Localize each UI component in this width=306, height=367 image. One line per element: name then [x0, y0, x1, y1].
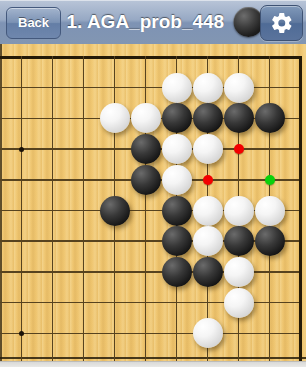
black-stone: [100, 196, 130, 226]
app-screen: Back 1. AGA_prob_448: [0, 0, 306, 367]
white-stone: [162, 165, 192, 195]
black-stone: [162, 196, 192, 226]
white-stone: [193, 196, 223, 226]
black-stone: [131, 165, 161, 195]
white-stone: [224, 288, 254, 318]
go-board[interactable]: [0, 44, 306, 361]
page-title: 1. AGA_prob_448: [66, 11, 224, 33]
black-stone-icon: [233, 7, 263, 37]
white-stone: [100, 103, 130, 133]
board-left-edge: [0, 44, 2, 361]
grid-line-v: [21, 56, 23, 362]
board-bottom-edge: [0, 357, 306, 359]
grid-line-v: [83, 56, 85, 362]
white-stone: [131, 103, 161, 133]
white-stone: [224, 73, 254, 103]
title-group: 1. AGA_prob_448: [66, 0, 263, 44]
red-dot-marker: [203, 175, 213, 185]
white-stone: [193, 226, 223, 256]
black-stone: [162, 226, 192, 256]
back-button[interactable]: Back: [6, 7, 61, 39]
grid-line-h: [0, 302, 302, 304]
black-stone: [255, 103, 285, 133]
gear-icon: [270, 11, 294, 35]
navigation-bar: Back 1. AGA_prob_448: [0, 0, 306, 45]
black-stone: [193, 257, 223, 287]
grid-line-h: [0, 87, 302, 89]
grid-line-h: [0, 271, 302, 273]
black-stone: [224, 103, 254, 133]
white-stone: [224, 257, 254, 287]
grid-line-v: [299, 56, 302, 362]
green-dot-marker: [265, 175, 275, 185]
white-stone: [193, 318, 223, 348]
black-stone: [162, 257, 192, 287]
black-stone: [162, 103, 192, 133]
white-stone: [162, 73, 192, 103]
settings-button[interactable]: [260, 5, 303, 41]
white-stone: [162, 134, 192, 164]
red-dot-marker: [234, 144, 244, 154]
white-stone: [193, 73, 223, 103]
star-point: [19, 331, 24, 336]
grid-line-h: [0, 333, 302, 335]
black-stone: [255, 226, 285, 256]
black-stone: [193, 103, 223, 133]
bottom-strip: [0, 361, 306, 367]
grid-line-v: [52, 56, 54, 362]
star-point: [19, 147, 24, 152]
white-stone: [255, 196, 285, 226]
grid-line-v: [145, 56, 147, 362]
white-stone: [224, 196, 254, 226]
grid-line-h: [0, 56, 302, 59]
black-stone: [131, 134, 161, 164]
white-stone: [193, 134, 223, 164]
black-stone: [224, 226, 254, 256]
